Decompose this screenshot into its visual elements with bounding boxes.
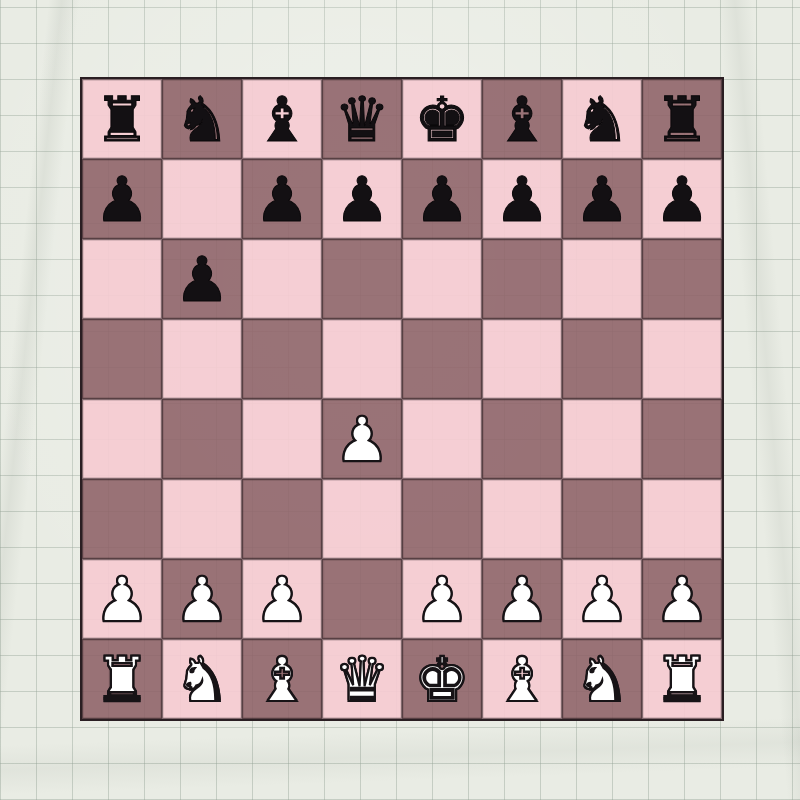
square-h3[interactable] — [642, 479, 722, 559]
square-b8[interactable]: ♞ — [162, 79, 242, 159]
white-pawn[interactable]: ♟ — [334, 400, 390, 480]
square-b1[interactable]: ♞ — [162, 639, 242, 719]
square-a2[interactable]: ♟ — [82, 559, 162, 639]
black-pawn[interactable]: ♟ — [574, 160, 630, 240]
square-g7[interactable]: ♟ — [562, 159, 642, 239]
white-pawn[interactable]: ♟ — [414, 560, 470, 640]
white-pawn[interactable]: ♟ — [174, 560, 230, 640]
black-pawn[interactable]: ♟ — [334, 160, 390, 240]
square-e4[interactable] — [402, 399, 482, 479]
square-b2[interactable]: ♟ — [162, 559, 242, 639]
square-e1[interactable]: ♚ — [402, 639, 482, 719]
square-a8[interactable]: ♜ — [82, 79, 162, 159]
square-d8[interactable]: ♛ — [322, 79, 402, 159]
square-b7[interactable] — [162, 159, 242, 239]
square-g5[interactable] — [562, 319, 642, 399]
white-pawn[interactable]: ♟ — [494, 560, 550, 640]
white-bishop[interactable]: ♝ — [254, 640, 310, 720]
graph-paper-background: ♜♞♝♛♚♝♞♜♟♟♟♟♟♟♟♟♟♟♟♟♟♟♟♟♜♞♝♛♚♝♞♜ — [0, 0, 800, 800]
square-e3[interactable] — [402, 479, 482, 559]
square-a7[interactable]: ♟ — [82, 159, 162, 239]
black-pawn[interactable]: ♟ — [94, 160, 150, 240]
square-d6[interactable] — [322, 239, 402, 319]
square-b4[interactable] — [162, 399, 242, 479]
square-c2[interactable]: ♟ — [242, 559, 322, 639]
square-c1[interactable]: ♝ — [242, 639, 322, 719]
square-a5[interactable] — [82, 319, 162, 399]
square-g4[interactable] — [562, 399, 642, 479]
square-g1[interactable]: ♞ — [562, 639, 642, 719]
square-h5[interactable] — [642, 319, 722, 399]
square-c8[interactable]: ♝ — [242, 79, 322, 159]
black-pawn[interactable]: ♟ — [414, 160, 470, 240]
square-d4[interactable]: ♟ — [322, 399, 402, 479]
white-pawn[interactable]: ♟ — [94, 560, 150, 640]
square-a3[interactable] — [82, 479, 162, 559]
white-queen[interactable]: ♛ — [334, 640, 390, 720]
white-bishop[interactable]: ♝ — [494, 640, 550, 720]
square-h4[interactable] — [642, 399, 722, 479]
square-b3[interactable] — [162, 479, 242, 559]
white-rook[interactable]: ♜ — [94, 640, 150, 720]
square-b5[interactable] — [162, 319, 242, 399]
black-king[interactable]: ♚ — [414, 80, 470, 160]
white-king[interactable]: ♚ — [414, 640, 470, 720]
square-a1[interactable]: ♜ — [82, 639, 162, 719]
black-queen[interactable]: ♛ — [334, 80, 390, 160]
black-pawn[interactable]: ♟ — [254, 160, 310, 240]
square-a6[interactable] — [82, 239, 162, 319]
square-f5[interactable] — [482, 319, 562, 399]
square-f1[interactable]: ♝ — [482, 639, 562, 719]
chess-board: ♜♞♝♛♚♝♞♜♟♟♟♟♟♟♟♟♟♟♟♟♟♟♟♟♜♞♝♛♚♝♞♜ — [80, 77, 724, 721]
black-rook[interactable]: ♜ — [94, 80, 150, 160]
black-knight[interactable]: ♞ — [174, 80, 230, 160]
square-f6[interactable] — [482, 239, 562, 319]
white-pawn[interactable]: ♟ — [574, 560, 630, 640]
square-f8[interactable]: ♝ — [482, 79, 562, 159]
black-bishop[interactable]: ♝ — [254, 80, 310, 160]
black-rook[interactable]: ♜ — [654, 80, 710, 160]
square-d1[interactable]: ♛ — [322, 639, 402, 719]
black-knight[interactable]: ♞ — [574, 80, 630, 160]
white-knight[interactable]: ♞ — [174, 640, 230, 720]
square-b6[interactable]: ♟ — [162, 239, 242, 319]
square-e5[interactable] — [402, 319, 482, 399]
square-f4[interactable] — [482, 399, 562, 479]
square-c7[interactable]: ♟ — [242, 159, 322, 239]
square-g3[interactable] — [562, 479, 642, 559]
white-rook[interactable]: ♜ — [654, 640, 710, 720]
square-e8[interactable]: ♚ — [402, 79, 482, 159]
white-pawn[interactable]: ♟ — [654, 560, 710, 640]
black-pawn[interactable]: ♟ — [654, 160, 710, 240]
square-h8[interactable]: ♜ — [642, 79, 722, 159]
square-d5[interactable] — [322, 319, 402, 399]
square-c4[interactable] — [242, 399, 322, 479]
square-a4[interactable] — [82, 399, 162, 479]
black-pawn[interactable]: ♟ — [174, 240, 230, 320]
square-c3[interactable] — [242, 479, 322, 559]
square-e7[interactable]: ♟ — [402, 159, 482, 239]
square-d7[interactable]: ♟ — [322, 159, 402, 239]
square-f3[interactable] — [482, 479, 562, 559]
square-f2[interactable]: ♟ — [482, 559, 562, 639]
square-h1[interactable]: ♜ — [642, 639, 722, 719]
white-pawn[interactable]: ♟ — [254, 560, 310, 640]
square-d3[interactable] — [322, 479, 402, 559]
square-e2[interactable]: ♟ — [402, 559, 482, 639]
square-g2[interactable]: ♟ — [562, 559, 642, 639]
square-h6[interactable] — [642, 239, 722, 319]
square-c6[interactable] — [242, 239, 322, 319]
black-bishop[interactable]: ♝ — [494, 80, 550, 160]
square-c5[interactable] — [242, 319, 322, 399]
square-h7[interactable]: ♟ — [642, 159, 722, 239]
square-h2[interactable]: ♟ — [642, 559, 722, 639]
square-f7[interactable]: ♟ — [482, 159, 562, 239]
square-d2[interactable] — [322, 559, 402, 639]
white-knight[interactable]: ♞ — [574, 640, 630, 720]
square-e6[interactable] — [402, 239, 482, 319]
square-g8[interactable]: ♞ — [562, 79, 642, 159]
black-pawn[interactable]: ♟ — [494, 160, 550, 240]
square-g6[interactable] — [562, 239, 642, 319]
